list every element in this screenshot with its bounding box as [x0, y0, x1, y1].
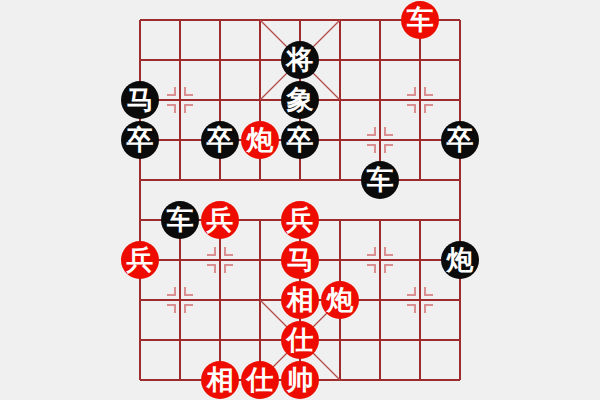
black-horse[interactable]: 马	[121, 81, 159, 119]
black-general[interactable]: 将	[281, 41, 319, 79]
black-elephant[interactable]: 象	[281, 81, 319, 119]
red-elephant[interactable]: 相	[201, 361, 239, 399]
red-advisor[interactable]: 仕	[281, 321, 319, 359]
black-chariot[interactable]: 车	[161, 201, 199, 239]
red-soldier[interactable]: 兵	[121, 241, 159, 279]
black-chariot[interactable]: 车	[361, 161, 399, 199]
red-general[interactable]: 帅	[281, 361, 319, 399]
red-soldier[interactable]: 兵	[201, 201, 239, 239]
red-advisor[interactable]: 仕	[241, 361, 279, 399]
red-cannon[interactable]: 炮	[241, 121, 279, 159]
xiangqi-board: 车将马象卒卒炮卒卒车车兵兵兵马炮相炮仕相仕帅	[0, 0, 600, 400]
red-cannon[interactable]: 炮	[321, 281, 359, 319]
black-soldier[interactable]: 卒	[281, 121, 319, 159]
black-cannon[interactable]: 炮	[441, 241, 479, 279]
black-soldier[interactable]: 卒	[201, 121, 239, 159]
black-soldier[interactable]: 卒	[121, 121, 159, 159]
red-chariot[interactable]: 车	[401, 1, 439, 39]
red-soldier[interactable]: 兵	[281, 201, 319, 239]
red-horse[interactable]: 马	[281, 241, 319, 279]
black-soldier[interactable]: 卒	[441, 121, 479, 159]
red-elephant[interactable]: 相	[281, 281, 319, 319]
